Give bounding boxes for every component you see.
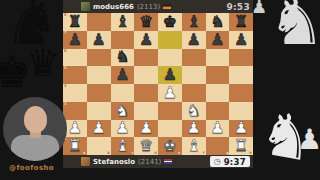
square-e1: ♚e (158, 137, 182, 155)
bottom-player-name[interactable]: Stefanoslo (93, 158, 135, 166)
white-pawn-piece: ♟ (68, 120, 82, 136)
chess-board[interactable]: ♜8♝♛♚♝♞♜♟7♟♟♟♟♟6♞5♟♟4♟3♞♞♟2♟♟♟♟♟♟♜1ab♝c♛… (63, 13, 253, 155)
bottom-player-clock: ◷ 9:37 (210, 156, 250, 167)
square-a3: 3 (63, 102, 87, 120)
square-a6: 6 (63, 49, 87, 67)
rank-label: 5 (64, 66, 67, 70)
rank-label: 6 (64, 49, 67, 53)
square-e4: ♟ (158, 84, 182, 102)
white-knight-piece: ♞ (186, 102, 200, 118)
square-f1: ♝f (182, 137, 206, 155)
black-pawn-piece: ♟ (115, 67, 129, 83)
top-player-clock: 9:53 (226, 2, 250, 12)
white-knight-piece: ♞ (115, 102, 129, 118)
avatar (81, 2, 90, 11)
rank-label: 3 (64, 102, 67, 106)
bottom-clock-time: 9:37 (224, 157, 246, 167)
square-a7: ♟7 (63, 31, 87, 49)
rank-label: 4 (64, 84, 67, 88)
black-bishop-piece: ♝ (115, 13, 129, 29)
square-d8: ♛ (134, 13, 158, 31)
black-pawn-piece: ♟ (91, 31, 105, 47)
white-knight-piece-icon: ♞ (268, 0, 320, 54)
square-h4 (229, 84, 253, 102)
white-pawn-piece: ♟ (234, 120, 248, 136)
square-h8: ♜ (229, 13, 253, 31)
black-pawn-piece: ♟ (68, 31, 82, 47)
rank-label: 7 (64, 31, 67, 35)
white-pawn-piece-icon: ♟ (251, 0, 267, 16)
square-d2: ♟ (134, 120, 158, 138)
webcam-circle (3, 97, 67, 161)
square-f7: ♟ (182, 31, 206, 49)
square-h5 (229, 66, 253, 84)
square-b1: b (87, 137, 111, 155)
square-f2: ♟ (182, 120, 206, 138)
bottom-player-bar: Stefanoslo (2141) ◷ 9:37 (63, 155, 253, 168)
black-pawn-piece: ♟ (210, 31, 224, 47)
black-queen-piece-icon: ♛ (26, 44, 60, 82)
square-g1: g (206, 137, 230, 155)
square-b3 (87, 102, 111, 120)
square-d4 (134, 84, 158, 102)
streamer-shirt (11, 135, 59, 161)
square-a5: 5 (63, 66, 87, 84)
white-pawn-piece: ♟ (139, 120, 153, 136)
white-rook-piece: ♜ (234, 138, 248, 154)
square-g7: ♟ (206, 31, 230, 49)
square-g5 (206, 66, 230, 84)
black-pawn-piece: ♟ (139, 31, 153, 47)
bottom-player-rating: (2141) (138, 158, 161, 166)
white-queen-piece: ♛ (139, 138, 153, 154)
square-c1: ♝c (111, 137, 135, 155)
black-rook-piece: ♜ (234, 13, 248, 29)
square-h2: ♟ (229, 120, 253, 138)
white-pawn-piece: ♟ (186, 120, 200, 136)
white-bishop-piece: ♝ (115, 138, 129, 154)
square-a1: ♜1a (63, 137, 87, 155)
square-a4: 4 (63, 84, 87, 102)
square-b8 (87, 13, 111, 31)
square-e5: ♟ (158, 66, 182, 84)
square-h1: ♜h (229, 137, 253, 155)
square-g8: ♞ (206, 13, 230, 31)
black-knight-piece: ♞ (210, 13, 224, 29)
stream-frame: ♞ ♚ ♛ ♞ ♟ ♞ ♟ modus666 (2113) 9:53 ♜8♝♛♚… (0, 0, 320, 180)
square-h6 (229, 49, 253, 67)
square-c7 (111, 31, 135, 49)
square-g6 (206, 49, 230, 67)
square-b2: ♟ (87, 120, 111, 138)
black-rook-piece: ♜ (68, 13, 82, 29)
square-b5 (87, 66, 111, 84)
square-d3 (134, 102, 158, 120)
black-king-piece: ♚ (163, 13, 177, 29)
square-h7: ♟ (229, 31, 253, 49)
white-pawn-piece: ♟ (210, 120, 224, 136)
square-f4 (182, 84, 206, 102)
flag-icon (164, 159, 172, 164)
square-e3 (158, 102, 182, 120)
square-h3 (229, 102, 253, 120)
square-f8: ♝ (182, 13, 206, 31)
black-queen-piece: ♛ (139, 13, 153, 29)
square-f6 (182, 49, 206, 67)
black-pawn-piece: ♟ (163, 67, 177, 83)
white-king-piece: ♚ (163, 138, 177, 154)
square-f3: ♞ (182, 102, 206, 120)
square-e8: ♚ (158, 13, 182, 31)
square-c3: ♞ (111, 102, 135, 120)
rank-label: 8 (64, 13, 67, 17)
top-player-rating: (2113) (137, 3, 160, 11)
square-c8: ♝ (111, 13, 135, 31)
square-a8: ♜8 (63, 13, 87, 31)
streamer-face (24, 106, 47, 133)
avatar (81, 157, 90, 166)
square-g4 (206, 84, 230, 102)
square-d6 (134, 49, 158, 67)
square-e2 (158, 120, 182, 138)
square-b4 (87, 84, 111, 102)
black-knight-piece: ♞ (115, 49, 129, 65)
square-b6 (87, 49, 111, 67)
flag-icon (163, 4, 171, 9)
white-pawn-piece: ♟ (163, 84, 177, 100)
white-bishop-piece: ♝ (186, 138, 200, 154)
white-rook-piece: ♜ (68, 138, 82, 154)
white-pawn-piece-icon: ♟ (297, 126, 320, 154)
top-player-name[interactable]: modus666 (93, 3, 134, 11)
square-d5 (134, 66, 158, 84)
square-f5 (182, 66, 206, 84)
white-pawn-piece: ♟ (91, 120, 105, 136)
black-pawn-piece: ♟ (234, 31, 248, 47)
square-b7: ♟ (87, 31, 111, 49)
white-pawn-piece: ♟ (115, 120, 129, 136)
square-c6: ♞ (111, 49, 135, 67)
square-e6 (158, 49, 182, 67)
square-d1: ♛d (134, 137, 158, 155)
square-e7 (158, 31, 182, 49)
square-c4 (111, 84, 135, 102)
top-player-bar: modus666 (2113) 9:53 (63, 0, 253, 13)
square-d7: ♟ (134, 31, 158, 49)
square-g2: ♟ (206, 120, 230, 138)
streamer-handle: @foofosho (9, 164, 54, 172)
black-pawn-piece: ♟ (186, 31, 200, 47)
square-g3 (206, 102, 230, 120)
clock-icon: ◷ (214, 158, 221, 166)
black-bishop-piece: ♝ (186, 13, 200, 29)
square-c5: ♟ (111, 66, 135, 84)
square-c2: ♟ (111, 120, 135, 138)
